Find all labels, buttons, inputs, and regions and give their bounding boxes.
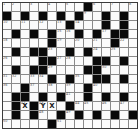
black-cell-r3c14 — [120, 21, 128, 29]
cell-r8c3[interactable] — [21, 66, 29, 74]
clue-number: 25 — [111, 47, 115, 50]
clue-number: 26 — [3, 56, 7, 59]
cell-r10c15[interactable] — [129, 84, 137, 92]
clue-number: 45 — [84, 101, 88, 104]
cell-r11c4[interactable] — [30, 93, 38, 101]
cell-r1c1[interactable]: 1 — [3, 3, 11, 11]
cell-r8c15[interactable] — [129, 66, 137, 74]
cell-r2c11[interactable] — [93, 12, 101, 20]
black-cell-r14c6 — [48, 120, 56, 128]
cell-r3c1[interactable]: 10 — [3, 21, 11, 29]
cell-r10c11[interactable]: 40 — [93, 84, 101, 92]
cell-r13c14[interactable] — [120, 111, 128, 119]
clue-number: 30 — [102, 65, 106, 68]
cell-r1c4[interactable]: 3 — [30, 3, 38, 11]
black-cell-r4c13 — [111, 30, 119, 38]
cell-r11c11[interactable] — [93, 93, 101, 101]
cell-r12c6[interactable]: X — [48, 102, 56, 110]
clue-number: 37 — [30, 83, 34, 86]
clue-number: 41 — [66, 92, 70, 95]
cell-r4c8[interactable]: 16 — [66, 30, 74, 38]
cell-r5c4[interactable] — [30, 39, 38, 47]
clue-number: 29 — [48, 65, 52, 68]
clue-number: 51 — [57, 119, 61, 122]
clue-number: 35 — [75, 74, 79, 77]
clue-number: 33 — [30, 74, 34, 77]
cell-r1c9[interactable] — [75, 3, 83, 11]
black-cell-r13c4 — [30, 111, 38, 119]
clue-number: 49 — [66, 110, 70, 113]
cell-r2c2[interactable] — [12, 12, 20, 20]
cell-r6c9[interactable] — [75, 48, 83, 56]
cell-r1c5[interactable] — [39, 3, 47, 11]
cell-r7c8[interactable]: 28 — [66, 57, 74, 65]
cell-r2c13[interactable] — [111, 12, 119, 20]
cell-r5c12[interactable] — [102, 39, 110, 47]
clue-number: 21 — [93, 38, 97, 41]
cell-r11c8[interactable]: 41 — [66, 93, 74, 101]
cell-r14c10[interactable] — [84, 120, 92, 128]
cell-r5c10[interactable] — [84, 39, 92, 47]
black-cell-r10c3 — [21, 84, 29, 92]
cell-r9c10[interactable] — [84, 75, 92, 83]
cell-r14c3[interactable] — [21, 120, 29, 128]
cell-r10c4[interactable]: 37 — [30, 84, 38, 92]
cell-r10c6[interactable]: 38 — [48, 84, 56, 92]
clue-number: 14 — [75, 20, 79, 23]
black-cell-r8c11 — [93, 66, 101, 74]
black-cell-r8c10 — [84, 66, 92, 74]
cell-r3c13[interactable] — [111, 21, 119, 29]
cell-r14c5[interactable] — [39, 120, 47, 128]
clue-number: 50 — [3, 119, 7, 122]
cell-r5c9[interactable]: 20 — [75, 39, 83, 47]
black-cell-r12c2 — [12, 102, 20, 110]
clue-number: 31 — [3, 74, 7, 77]
cell-r5c1[interactable]: 18 — [3, 39, 11, 47]
black-cell-r2c12 — [102, 12, 110, 20]
cell-r10c7[interactable] — [57, 84, 65, 92]
cell-r14c2[interactable] — [12, 120, 20, 128]
black-cell-r11c2 — [12, 93, 20, 101]
black-cell-r13c13 — [111, 111, 119, 119]
cell-r14c8[interactable] — [66, 120, 74, 128]
cell-r3c10[interactable] — [84, 21, 92, 29]
cell-r7c4[interactable] — [30, 57, 38, 65]
cell-r12c1[interactable] — [3, 102, 11, 110]
cell-r9c7[interactable] — [57, 75, 65, 83]
cell-r5c5[interactable] — [39, 39, 47, 47]
cell-r5c7[interactable]: 19 — [57, 39, 65, 47]
clue-number: 6 — [93, 2, 95, 5]
cell-r1c13[interactable]: 7 — [111, 3, 119, 11]
cell-r13c5[interactable]: 48 — [39, 111, 47, 119]
clue-number: 4 — [48, 2, 50, 5]
cell-r14c11[interactable] — [93, 120, 101, 128]
cell-r12c12[interactable]: 46 — [102, 102, 110, 110]
cell-r9c3[interactable] — [21, 75, 29, 83]
cell-r8c7[interactable] — [57, 66, 65, 74]
cell-r8c12[interactable]: 30 — [102, 66, 110, 74]
cell-r7c3[interactable] — [21, 57, 29, 65]
entered-letter: X — [21, 102, 29, 110]
cell-r14c14[interactable] — [120, 120, 128, 128]
black-cell-r6c5 — [39, 48, 47, 56]
clue-number: 19 — [57, 38, 61, 41]
cell-r7c15[interactable] — [129, 57, 137, 65]
cell-r5c8[interactable] — [66, 39, 74, 47]
cell-r11c1[interactable] — [3, 93, 11, 101]
clue-number: 48 — [39, 110, 43, 113]
cell-r5c14[interactable]: 22 — [120, 39, 128, 47]
cell-r2c8[interactable] — [66, 12, 74, 20]
cell-r8c13[interactable] — [111, 66, 119, 74]
cell-r6c15[interactable] — [129, 48, 137, 56]
clue-number: 5 — [66, 2, 68, 5]
cell-r12c9[interactable]: 44 — [75, 102, 83, 110]
black-cell-r13c9 — [75, 111, 83, 119]
cell-r11c15[interactable] — [129, 93, 137, 101]
cell-r13c8[interactable]: 49 — [66, 111, 74, 119]
clue-number: 8 — [129, 2, 131, 5]
cell-r1c8[interactable]: 5 — [66, 3, 74, 11]
cell-r13c12[interactable] — [102, 111, 110, 119]
cell-r8c6[interactable]: 29 — [48, 66, 56, 74]
crossword-grid: 1234567891011121314151617181920212223242… — [2, 2, 138, 129]
cell-r12c15[interactable] — [129, 102, 137, 110]
cell-r7c1[interactable]: 26 — [3, 57, 11, 65]
entered-letter: X — [48, 102, 56, 110]
clue-number: 24 — [93, 47, 97, 50]
clue-number: 23 — [48, 47, 52, 50]
black-cell-r13c11 — [93, 111, 101, 119]
cell-r4c12[interactable]: 17 — [102, 30, 110, 38]
cell-r4c5[interactable] — [39, 30, 47, 38]
cell-r12c10[interactable]: 45 — [84, 102, 92, 110]
cell-r13c10[interactable] — [84, 111, 92, 119]
black-cell-r7c11 — [93, 57, 101, 65]
cell-r5c2[interactable] — [12, 39, 20, 47]
cell-r2c15[interactable] — [129, 12, 137, 20]
cell-r2c6[interactable] — [48, 12, 56, 20]
clue-number: 2 — [12, 2, 14, 5]
black-cell-r13c15 — [129, 111, 137, 119]
cell-r3c15[interactable] — [129, 21, 137, 29]
cell-r1c3[interactable] — [21, 3, 29, 11]
cell-r3c3[interactable]: 11 — [21, 21, 29, 29]
cell-r11c6[interactable] — [48, 93, 56, 101]
cell-r3c2[interactable] — [12, 21, 20, 29]
cell-r1c14[interactable] — [120, 3, 128, 11]
cell-r10c14[interactable] — [120, 84, 128, 92]
cell-r14c13[interactable] — [111, 120, 119, 128]
cell-r7c13[interactable] — [111, 57, 119, 65]
clue-number: 36 — [3, 83, 7, 86]
cell-r8c14[interactable] — [120, 66, 128, 74]
clue-number: 39 — [66, 83, 70, 86]
cell-r1c2[interactable]: 2 — [12, 3, 20, 11]
cell-r6c3[interactable] — [21, 48, 29, 56]
clue-number: 28 — [66, 56, 70, 59]
cell-r12c7[interactable] — [57, 102, 65, 110]
cell-r1c11[interactable]: 6 — [93, 3, 101, 11]
cell-r3c6[interactable] — [48, 21, 56, 29]
clue-number: 3 — [30, 2, 32, 5]
clue-number: 40 — [93, 83, 97, 86]
cell-r4c10[interactable] — [84, 30, 92, 38]
cell-r12c14[interactable]: 47 — [120, 102, 128, 110]
clue-number: 32 — [12, 74, 16, 77]
black-cell-r9c12 — [102, 75, 110, 83]
cell-r10c1[interactable]: 36 — [3, 84, 11, 92]
black-cell-r7c14 — [120, 57, 128, 65]
clue-number: 16 — [66, 29, 70, 32]
cell-r9c5[interactable]: 34 — [39, 75, 47, 83]
cell-r14c1[interactable]: 50 — [3, 120, 11, 128]
clue-number: 11 — [21, 20, 25, 23]
cell-r2c4[interactable] — [30, 12, 38, 20]
clue-number: 1 — [3, 2, 5, 5]
cell-r4c3[interactable] — [21, 30, 29, 38]
cell-r2c10[interactable]: 9 — [84, 12, 92, 20]
clue-number: 47 — [120, 101, 124, 104]
cell-r3c4[interactable] — [30, 21, 38, 29]
black-cell-r9c14 — [120, 75, 128, 83]
clue-number: 38 — [48, 83, 52, 86]
cell-r14c7[interactable]: 51 — [57, 120, 65, 128]
cell-r1c7[interactable] — [57, 3, 65, 11]
clue-number: 15 — [57, 29, 61, 32]
cell-r12c11[interactable] — [93, 102, 101, 110]
cell-r7c10[interactable] — [84, 57, 92, 65]
cell-r7c7[interactable]: 27 — [57, 57, 65, 65]
black-cell-r7c5 — [39, 57, 47, 65]
cell-r13c6[interactable] — [48, 111, 56, 119]
cell-r10c12[interactable] — [102, 84, 110, 92]
cell-r9c15[interactable] — [129, 75, 137, 83]
cell-r6c13[interactable]: 25 — [111, 48, 119, 56]
black-cell-r4c4 — [30, 30, 38, 38]
clue-number: 27 — [57, 56, 61, 59]
cell-r1c15[interactable]: 8 — [129, 3, 137, 11]
cell-r13c3[interactable] — [21, 111, 29, 119]
clue-number: 20 — [75, 38, 79, 41]
clue-number: 44 — [75, 101, 79, 104]
black-cell-r4c6 — [48, 30, 56, 38]
cell-r6c14[interactable] — [120, 48, 128, 56]
cell-r14c4[interactable] — [30, 120, 38, 128]
cell-r3c5[interactable]: 12 — [39, 21, 47, 29]
cell-r5c15[interactable] — [129, 39, 137, 47]
clue-number: 12 — [39, 20, 43, 23]
clue-number: 13 — [57, 20, 61, 23]
cell-r10c9[interactable] — [75, 84, 83, 92]
cell-r1c12[interactable] — [102, 3, 110, 11]
clue-number: 18 — [3, 38, 7, 41]
black-cell-r11c7 — [57, 93, 65, 101]
cell-r14c12[interactable] — [102, 120, 110, 128]
cell-r9c2[interactable]: 32 — [12, 75, 20, 83]
cell-r1c6[interactable]: 4 — [48, 3, 56, 11]
cell-r14c15[interactable] — [129, 120, 137, 128]
cell-r6c12[interactable] — [102, 48, 110, 56]
cell-r8c8[interactable] — [66, 66, 74, 74]
black-cell-r6c10 — [84, 48, 92, 56]
clue-number: 7 — [111, 2, 113, 5]
black-cell-r6c4 — [30, 48, 38, 56]
clue-number: 10 — [3, 20, 7, 23]
cell-r10c13[interactable] — [111, 84, 119, 92]
cell-r14c9[interactable] — [75, 120, 83, 128]
black-cell-r2c14 — [120, 12, 128, 20]
cell-r7c9[interactable] — [75, 57, 83, 65]
cell-r5c3[interactable] — [21, 39, 29, 47]
black-cell-r10c10 — [84, 84, 92, 92]
cell-r6c6[interactable]: 23 — [48, 48, 56, 56]
clue-number: 17 — [102, 29, 106, 32]
clue-number: 9 — [84, 11, 86, 14]
black-cell-r12c4 — [30, 102, 38, 110]
cell-r3c9[interactable]: 14 — [75, 21, 83, 29]
cell-r11c13[interactable] — [111, 93, 119, 101]
cell-r6c11[interactable]: 24 — [93, 48, 101, 56]
clue-number: 22 — [120, 38, 124, 41]
cell-r12c13[interactable] — [111, 102, 119, 110]
black-cell-r4c2 — [12, 30, 20, 38]
cell-r9c9[interactable]: 35 — [75, 75, 83, 83]
cell-r10c5[interactable] — [39, 84, 47, 92]
clue-number: 34 — [39, 74, 43, 77]
cell-r4c15[interactable] — [129, 30, 137, 38]
clue-number: 46 — [102, 101, 106, 104]
cell-r10c2[interactable] — [12, 84, 20, 92]
black-cell-r13c2 — [12, 111, 20, 119]
cell-r12c3[interactable]: 42X — [21, 102, 29, 110]
black-cell-r6c2 — [12, 48, 20, 56]
cell-r9c13[interactable] — [111, 75, 119, 83]
cell-r7c2[interactable] — [12, 57, 20, 65]
cell-r3c11[interactable] — [93, 21, 101, 29]
